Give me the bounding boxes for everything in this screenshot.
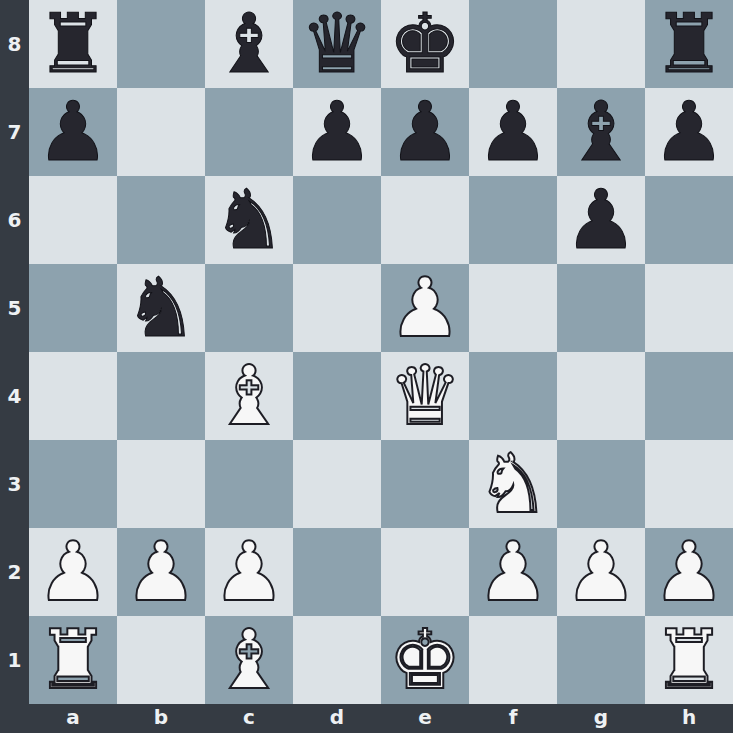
piece-black-pawn[interactable]: ♟ bbox=[469, 88, 557, 176]
rank-labels: 8 7 6 5 4 3 2 1 bbox=[0, 0, 29, 704]
square-d3[interactable] bbox=[293, 440, 381, 528]
square-g2[interactable]: ♟ bbox=[557, 528, 645, 616]
piece-white-pawn[interactable]: ♟ bbox=[117, 528, 205, 616]
piece-black-pawn[interactable]: ♟ bbox=[645, 88, 733, 176]
square-c8[interactable]: ♝ bbox=[205, 0, 293, 88]
piece-white-pawn[interactable]: ♟ bbox=[645, 528, 733, 616]
rank-label-2: 2 bbox=[0, 528, 29, 616]
square-h4[interactable] bbox=[645, 352, 733, 440]
square-b1[interactable] bbox=[117, 616, 205, 704]
square-b8[interactable] bbox=[117, 0, 205, 88]
square-h3[interactable] bbox=[645, 440, 733, 528]
square-a8[interactable]: ♜ bbox=[29, 0, 117, 88]
rank-label-6: 6 bbox=[0, 176, 29, 264]
file-label-f: f bbox=[469, 704, 557, 733]
chess-board: ♜♝♛♚♜♟♟♟♟♝♟♞♟♞♟♝♛♞♟♟♟♟♟♟♜♝♚♜ bbox=[29, 0, 733, 704]
piece-white-bishop[interactable]: ♝ bbox=[205, 616, 293, 704]
square-f1[interactable] bbox=[469, 616, 557, 704]
file-label-c: c bbox=[205, 704, 293, 733]
piece-white-rook[interactable]: ♜ bbox=[645, 616, 733, 704]
piece-black-rook[interactable]: ♜ bbox=[29, 0, 117, 88]
square-h1[interactable]: ♜ bbox=[645, 616, 733, 704]
chess-board-page: 8 7 6 5 4 3 2 1 ♜♝♛♚♜♟♟♟♟♝♟♞♟♞♟♝♛♞♟♟♟♟♟♟… bbox=[0, 0, 733, 733]
square-g1[interactable] bbox=[557, 616, 645, 704]
square-d2[interactable] bbox=[293, 528, 381, 616]
rank-label-5: 5 bbox=[0, 264, 29, 352]
square-f7[interactable]: ♟ bbox=[469, 88, 557, 176]
square-b7[interactable] bbox=[117, 88, 205, 176]
square-h8[interactable]: ♜ bbox=[645, 0, 733, 88]
file-label-b: b bbox=[117, 704, 205, 733]
piece-white-bishop[interactable]: ♝ bbox=[205, 352, 293, 440]
square-e6[interactable] bbox=[381, 176, 469, 264]
piece-white-pawn[interactable]: ♟ bbox=[29, 528, 117, 616]
square-f3[interactable]: ♞ bbox=[469, 440, 557, 528]
file-label-e: e bbox=[381, 704, 469, 733]
square-e8[interactable]: ♚ bbox=[381, 0, 469, 88]
square-b3[interactable] bbox=[117, 440, 205, 528]
piece-black-pawn[interactable]: ♟ bbox=[557, 176, 645, 264]
square-b5[interactable]: ♞ bbox=[117, 264, 205, 352]
square-e5[interactable]: ♟ bbox=[381, 264, 469, 352]
square-a7[interactable]: ♟ bbox=[29, 88, 117, 176]
square-b6[interactable] bbox=[117, 176, 205, 264]
square-b2[interactable]: ♟ bbox=[117, 528, 205, 616]
square-f4[interactable] bbox=[469, 352, 557, 440]
piece-white-knight[interactable]: ♞ bbox=[469, 440, 557, 528]
file-labels: a b c d e f g h bbox=[29, 704, 733, 733]
square-g4[interactable] bbox=[557, 352, 645, 440]
piece-white-queen[interactable]: ♛ bbox=[381, 352, 469, 440]
rank-label-4: 4 bbox=[0, 352, 29, 440]
square-e7[interactable]: ♟ bbox=[381, 88, 469, 176]
file-label-d: d bbox=[293, 704, 381, 733]
square-d4[interactable] bbox=[293, 352, 381, 440]
square-d6[interactable] bbox=[293, 176, 381, 264]
square-f8[interactable] bbox=[469, 0, 557, 88]
square-a1[interactable]: ♜ bbox=[29, 616, 117, 704]
rank-label-7: 7 bbox=[0, 88, 29, 176]
square-h6[interactable] bbox=[645, 176, 733, 264]
square-c1[interactable]: ♝ bbox=[205, 616, 293, 704]
square-a3[interactable] bbox=[29, 440, 117, 528]
piece-white-pawn[interactable]: ♟ bbox=[205, 528, 293, 616]
square-f5[interactable] bbox=[469, 264, 557, 352]
square-g5[interactable] bbox=[557, 264, 645, 352]
rank-label-1: 1 bbox=[0, 616, 29, 704]
square-e2[interactable] bbox=[381, 528, 469, 616]
piece-black-rook[interactable]: ♜ bbox=[645, 0, 733, 88]
square-b4[interactable] bbox=[117, 352, 205, 440]
square-c6[interactable]: ♞ bbox=[205, 176, 293, 264]
file-label-h: h bbox=[645, 704, 733, 733]
square-f6[interactable] bbox=[469, 176, 557, 264]
square-a5[interactable] bbox=[29, 264, 117, 352]
piece-white-rook[interactable]: ♜ bbox=[29, 616, 117, 704]
square-g7[interactable]: ♝ bbox=[557, 88, 645, 176]
square-a2[interactable]: ♟ bbox=[29, 528, 117, 616]
square-e3[interactable] bbox=[381, 440, 469, 528]
piece-black-queen[interactable]: ♛ bbox=[293, 0, 381, 88]
piece-white-king[interactable]: ♚ bbox=[381, 616, 469, 704]
piece-black-pawn[interactable]: ♟ bbox=[29, 88, 117, 176]
piece-white-pawn[interactable]: ♟ bbox=[469, 528, 557, 616]
piece-black-pawn[interactable]: ♟ bbox=[293, 88, 381, 176]
square-e1[interactable]: ♚ bbox=[381, 616, 469, 704]
square-d1[interactable] bbox=[293, 616, 381, 704]
square-d5[interactable] bbox=[293, 264, 381, 352]
piece-black-knight[interactable]: ♞ bbox=[205, 176, 293, 264]
square-c5[interactable] bbox=[205, 264, 293, 352]
rank-label-8: 8 bbox=[0, 0, 29, 88]
square-g8[interactable] bbox=[557, 0, 645, 88]
square-a6[interactable] bbox=[29, 176, 117, 264]
rank-label-3: 3 bbox=[0, 440, 29, 528]
piece-black-bishop[interactable]: ♝ bbox=[557, 88, 645, 176]
square-c3[interactable] bbox=[205, 440, 293, 528]
piece-black-knight[interactable]: ♞ bbox=[117, 264, 205, 352]
piece-black-king[interactable]: ♚ bbox=[381, 0, 469, 88]
piece-black-bishop[interactable]: ♝ bbox=[205, 0, 293, 88]
square-c4[interactable]: ♝ bbox=[205, 352, 293, 440]
square-h7[interactable]: ♟ bbox=[645, 88, 733, 176]
square-e4[interactable]: ♛ bbox=[381, 352, 469, 440]
square-d8[interactable]: ♛ bbox=[293, 0, 381, 88]
file-label-g: g bbox=[557, 704, 645, 733]
square-a4[interactable] bbox=[29, 352, 117, 440]
square-h2[interactable]: ♟ bbox=[645, 528, 733, 616]
piece-white-pawn[interactable]: ♟ bbox=[381, 264, 469, 352]
square-h5[interactable] bbox=[645, 264, 733, 352]
piece-black-pawn[interactable]: ♟ bbox=[381, 88, 469, 176]
square-d7[interactable]: ♟ bbox=[293, 88, 381, 176]
piece-white-pawn[interactable]: ♟ bbox=[557, 528, 645, 616]
square-c7[interactable] bbox=[205, 88, 293, 176]
square-g6[interactable]: ♟ bbox=[557, 176, 645, 264]
square-c2[interactable]: ♟ bbox=[205, 528, 293, 616]
file-label-a: a bbox=[29, 704, 117, 733]
square-f2[interactable]: ♟ bbox=[469, 528, 557, 616]
square-g3[interactable] bbox=[557, 440, 645, 528]
